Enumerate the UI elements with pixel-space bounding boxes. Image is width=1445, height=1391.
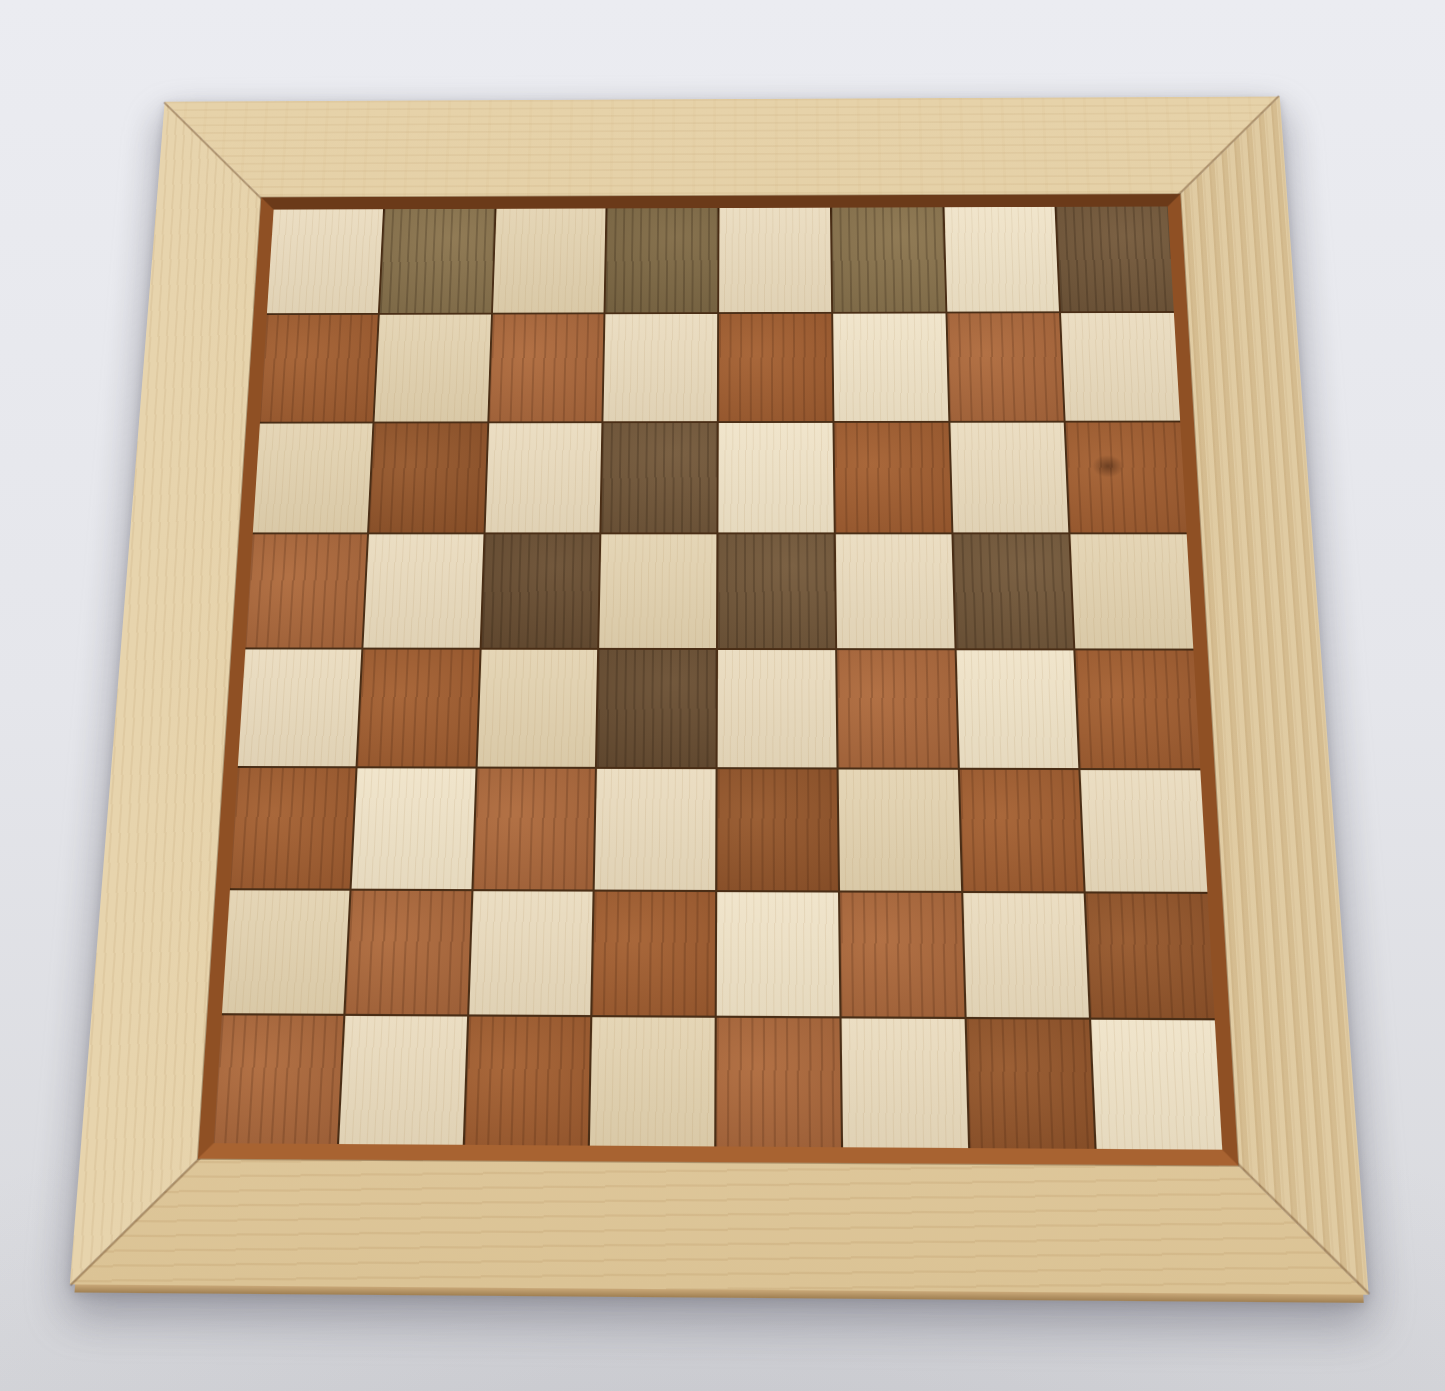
square-b1	[339, 1016, 467, 1145]
square-d7	[604, 314, 718, 421]
square-d2	[593, 891, 716, 1016]
square-h6	[1066, 422, 1187, 533]
square-g4	[956, 650, 1078, 768]
square-c6	[485, 423, 602, 533]
square-g3	[959, 770, 1083, 891]
square-c2	[469, 891, 593, 1016]
square-f5	[836, 535, 955, 649]
square-c3	[473, 768, 595, 889]
square-b5	[363, 535, 483, 648]
square-c4	[477, 650, 597, 767]
square-e2	[717, 892, 839, 1017]
square-g7	[947, 313, 1064, 420]
square-b8	[380, 209, 495, 313]
square-a5	[245, 535, 366, 648]
square-e5	[718, 535, 835, 649]
square-f6	[834, 422, 951, 532]
square-h8	[1057, 206, 1174, 311]
square-a8	[267, 209, 383, 313]
square-d8	[606, 208, 718, 312]
square-f7	[833, 313, 948, 420]
square-c5	[481, 535, 599, 648]
playing-area	[214, 206, 1223, 1149]
square-a4	[238, 649, 361, 766]
square-g1	[966, 1019, 1095, 1149]
square-a6	[253, 423, 372, 533]
square-f3	[838, 769, 960, 890]
square-h3	[1081, 770, 1208, 891]
square-f4	[837, 650, 957, 767]
square-f8	[832, 207, 945, 311]
square-g6	[950, 422, 1069, 533]
square-b2	[345, 890, 471, 1014]
square-h7	[1061, 313, 1180, 421]
square-e1	[716, 1018, 840, 1147]
square-d5	[599, 535, 716, 648]
photo-backdrop	[0, 0, 1445, 1391]
square-c1	[464, 1017, 590, 1146]
square-h1	[1091, 1020, 1222, 1150]
square-a7	[260, 315, 378, 422]
square-h2	[1086, 893, 1215, 1018]
square-d4	[597, 650, 716, 767]
square-e3	[717, 769, 838, 890]
square-d3	[595, 769, 716, 890]
square-e7	[719, 313, 832, 420]
square-a1	[214, 1016, 343, 1144]
chess-board	[70, 97, 1369, 1295]
square-g8	[944, 207, 1059, 312]
square-h4	[1076, 650, 1201, 768]
square-f1	[841, 1019, 967, 1148]
square-b7	[374, 314, 490, 421]
square-a2	[222, 890, 349, 1014]
square-e4	[718, 650, 837, 767]
square-e8	[719, 208, 831, 312]
square-d1	[590, 1017, 715, 1146]
square-a3	[230, 768, 355, 888]
square-b6	[369, 423, 487, 533]
square-b4	[357, 650, 479, 767]
square-h5	[1071, 535, 1194, 649]
square-d6	[602, 423, 717, 533]
square-b3	[351, 768, 475, 889]
square-g5	[953, 535, 1074, 649]
square-e6	[718, 422, 833, 532]
square-f2	[840, 892, 964, 1017]
square-g2	[963, 892, 1089, 1017]
square-c7	[489, 314, 604, 421]
square-c8	[492, 208, 605, 312]
